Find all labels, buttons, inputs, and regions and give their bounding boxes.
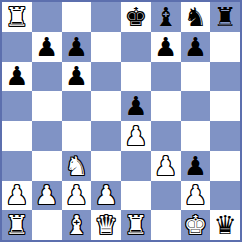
square-c6[interactable]: ♟ (62, 62, 92, 92)
square-b2[interactable]: ♟ (32, 181, 62, 211)
square-c5[interactable] (62, 91, 92, 121)
square-e5[interactable]: ♟ (121, 91, 151, 121)
white-pawn[interactable]: ♟ (94, 182, 117, 208)
white-pawn[interactable]: ♟ (184, 182, 207, 208)
square-a7[interactable] (2, 32, 32, 62)
white-pawn[interactable]: ♟ (5, 182, 28, 208)
square-a2[interactable]: ♟ (2, 181, 32, 211)
square-c8[interactable] (62, 2, 92, 32)
square-f4[interactable] (151, 121, 181, 151)
square-g7[interactable]: ♟ (181, 32, 211, 62)
square-e2[interactable] (121, 181, 151, 211)
square-d4[interactable] (91, 121, 121, 151)
square-g5[interactable] (181, 91, 211, 121)
chess-board: ♜♚♝♞♜♟♟♟♟♟♟♟♟♞♟♟♟♟♟♟♟♜♝♛♜♚♛ (0, 0, 242, 242)
square-f8[interactable]: ♝ (151, 2, 181, 32)
square-a5[interactable] (2, 91, 32, 121)
square-d1[interactable]: ♛ (91, 210, 121, 240)
square-b3[interactable] (32, 151, 62, 181)
square-g4[interactable] (181, 121, 211, 151)
square-d2[interactable]: ♟ (91, 181, 121, 211)
white-rook[interactable]: ♜ (5, 212, 28, 238)
square-a6[interactable]: ♟ (2, 62, 32, 92)
square-e4[interactable]: ♟ (121, 121, 151, 151)
square-g3[interactable]: ♟ (181, 151, 211, 181)
square-e1[interactable]: ♜ (121, 210, 151, 240)
square-d5[interactable] (91, 91, 121, 121)
square-f1[interactable] (151, 210, 181, 240)
black-rook[interactable]: ♜ (213, 4, 236, 30)
square-h4[interactable] (210, 121, 240, 151)
square-h6[interactable] (210, 62, 240, 92)
square-d7[interactable] (91, 32, 121, 62)
square-a8[interactable]: ♜ (2, 2, 32, 32)
square-c1[interactable]: ♝ (62, 210, 92, 240)
black-pawn[interactable]: ♟ (184, 34, 207, 60)
black-pawn[interactable]: ♟ (5, 63, 28, 89)
square-f7[interactable]: ♟ (151, 32, 181, 62)
square-f3[interactable]: ♟ (151, 151, 181, 181)
square-g6[interactable] (181, 62, 211, 92)
square-a1[interactable]: ♜ (2, 210, 32, 240)
square-b4[interactable] (32, 121, 62, 151)
square-b1[interactable] (32, 210, 62, 240)
square-h8[interactable]: ♜ (210, 2, 240, 32)
white-pawn[interactable]: ♟ (124, 123, 147, 149)
square-a4[interactable] (2, 121, 32, 151)
black-knight[interactable]: ♞ (184, 4, 207, 30)
square-c7[interactable]: ♟ (62, 32, 92, 62)
white-rook[interactable]: ♜ (5, 4, 28, 30)
square-g8[interactable]: ♞ (181, 2, 211, 32)
square-e8[interactable]: ♚ (121, 2, 151, 32)
square-a3[interactable] (2, 151, 32, 181)
black-pawn[interactable]: ♟ (65, 34, 88, 60)
white-queen[interactable]: ♛ (94, 212, 117, 238)
square-f2[interactable] (151, 181, 181, 211)
square-g2[interactable]: ♟ (181, 181, 211, 211)
square-h3[interactable] (210, 151, 240, 181)
square-c3[interactable]: ♞ (62, 151, 92, 181)
black-pawn[interactable]: ♟ (184, 153, 207, 179)
white-knight[interactable]: ♞ (65, 153, 88, 179)
white-pawn[interactable]: ♟ (65, 182, 88, 208)
black-pawn[interactable]: ♟ (65, 63, 88, 89)
white-rook[interactable]: ♜ (124, 212, 147, 238)
square-b6[interactable] (32, 62, 62, 92)
black-pawn[interactable]: ♟ (35, 34, 58, 60)
white-pawn[interactable]: ♟ (154, 153, 177, 179)
square-c2[interactable]: ♟ (62, 181, 92, 211)
black-pawn[interactable]: ♟ (154, 34, 177, 60)
square-b5[interactable] (32, 91, 62, 121)
square-f6[interactable] (151, 62, 181, 92)
square-c4[interactable] (62, 121, 92, 151)
square-h2[interactable] (210, 181, 240, 211)
square-e7[interactable] (121, 32, 151, 62)
square-b7[interactable]: ♟ (32, 32, 62, 62)
square-h5[interactable] (210, 91, 240, 121)
black-king[interactable]: ♚ (124, 4, 147, 30)
white-bishop[interactable]: ♝ (65, 212, 88, 238)
square-e3[interactable] (121, 151, 151, 181)
square-b8[interactable] (32, 2, 62, 32)
black-bishop[interactable]: ♝ (154, 4, 177, 30)
square-h7[interactable] (210, 32, 240, 62)
black-pawn[interactable]: ♟ (124, 93, 147, 119)
black-queen[interactable]: ♛ (213, 212, 236, 238)
square-e6[interactable] (121, 62, 151, 92)
white-pawn[interactable]: ♟ (35, 182, 58, 208)
white-king[interactable]: ♚ (184, 212, 207, 238)
square-g1[interactable]: ♚ (181, 210, 211, 240)
square-h1[interactable]: ♛ (210, 210, 240, 240)
square-d6[interactable] (91, 62, 121, 92)
square-d3[interactable] (91, 151, 121, 181)
square-f5[interactable] (151, 91, 181, 121)
square-d8[interactable] (91, 2, 121, 32)
